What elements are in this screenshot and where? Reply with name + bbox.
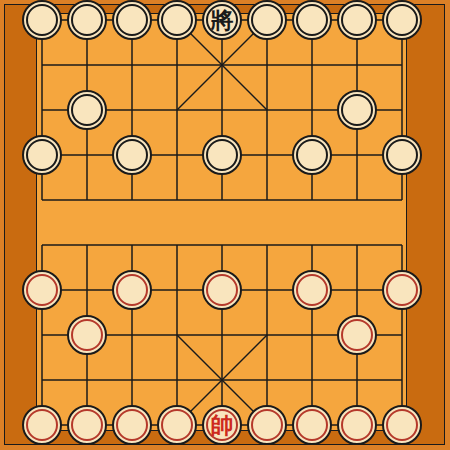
blank-piece-face bbox=[116, 274, 148, 306]
piece-red-advisor[interactable] bbox=[157, 405, 197, 445]
piece-red-horse[interactable] bbox=[67, 405, 107, 445]
blank-piece-face bbox=[341, 94, 373, 126]
xiangqi-board: 將帥 bbox=[0, 0, 450, 450]
piece-black-cannon[interactable] bbox=[337, 90, 377, 130]
blank-piece-face bbox=[116, 409, 148, 441]
piece-red-advisor[interactable] bbox=[247, 405, 287, 445]
piece-black-soldier[interactable] bbox=[292, 135, 332, 175]
blank-piece-face bbox=[71, 94, 103, 126]
piece-black-advisor[interactable] bbox=[247, 0, 287, 40]
blank-piece-face bbox=[341, 409, 373, 441]
piece-black-chariot[interactable] bbox=[22, 0, 62, 40]
piece-black-soldier[interactable] bbox=[22, 135, 62, 175]
blank-piece-face bbox=[26, 274, 58, 306]
piece-red-cannon[interactable] bbox=[67, 315, 107, 355]
piece-red-chariot[interactable] bbox=[382, 405, 422, 445]
piece-red-soldier[interactable] bbox=[22, 270, 62, 310]
blank-piece-face bbox=[251, 4, 283, 36]
blank-piece-face bbox=[26, 139, 58, 171]
blank-piece-face bbox=[296, 409, 328, 441]
red-general-glyph: 帥 bbox=[206, 409, 238, 441]
piece-red-soldier[interactable] bbox=[112, 270, 152, 310]
pieces-layer: 將帥 bbox=[20, 0, 425, 448]
blank-piece-face bbox=[341, 319, 373, 351]
piece-black-soldier[interactable] bbox=[112, 135, 152, 175]
piece-black-elephant[interactable] bbox=[112, 0, 152, 40]
piece-black-soldier[interactable] bbox=[382, 135, 422, 175]
piece-red-elephant[interactable] bbox=[292, 405, 332, 445]
piece-black-cannon[interactable] bbox=[67, 90, 107, 130]
blank-piece-face bbox=[386, 4, 418, 36]
piece-red-cannon[interactable] bbox=[337, 315, 377, 355]
piece-black-chariot[interactable] bbox=[382, 0, 422, 40]
blank-piece-face bbox=[251, 409, 283, 441]
piece-red-general[interactable]: 帥 bbox=[202, 405, 242, 445]
blank-piece-face bbox=[71, 409, 103, 441]
piece-black-horse[interactable] bbox=[337, 0, 377, 40]
piece-red-soldier[interactable] bbox=[202, 270, 242, 310]
blank-piece-face bbox=[386, 409, 418, 441]
blank-piece-face bbox=[341, 4, 373, 36]
blank-piece-face bbox=[26, 409, 58, 441]
piece-black-advisor[interactable] bbox=[157, 0, 197, 40]
blank-piece-face bbox=[296, 139, 328, 171]
blank-piece-face bbox=[386, 274, 418, 306]
piece-red-horse[interactable] bbox=[337, 405, 377, 445]
blank-piece-face bbox=[206, 139, 238, 171]
black-general-glyph: 將 bbox=[206, 4, 238, 36]
blank-piece-face bbox=[296, 274, 328, 306]
blank-piece-face bbox=[71, 4, 103, 36]
blank-piece-face bbox=[26, 4, 58, 36]
blank-piece-face bbox=[296, 4, 328, 36]
piece-black-soldier[interactable] bbox=[202, 135, 242, 175]
blank-piece-face bbox=[116, 4, 148, 36]
piece-black-elephant[interactable] bbox=[292, 0, 332, 40]
blank-piece-face bbox=[386, 139, 418, 171]
piece-black-horse[interactable] bbox=[67, 0, 107, 40]
blank-piece-face bbox=[206, 274, 238, 306]
blank-piece-face bbox=[161, 409, 193, 441]
piece-red-soldier[interactable] bbox=[382, 270, 422, 310]
blank-piece-face bbox=[161, 4, 193, 36]
piece-red-soldier[interactable] bbox=[292, 270, 332, 310]
piece-black-general[interactable]: 將 bbox=[202, 0, 242, 40]
piece-red-elephant[interactable] bbox=[112, 405, 152, 445]
piece-red-chariot[interactable] bbox=[22, 405, 62, 445]
blank-piece-face bbox=[71, 319, 103, 351]
blank-piece-face bbox=[116, 139, 148, 171]
